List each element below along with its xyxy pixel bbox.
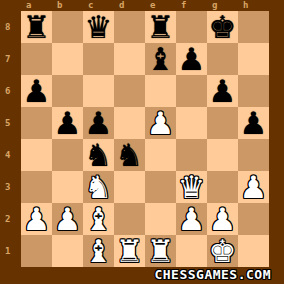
square-h2[interactable] <box>238 203 269 235</box>
square-g8[interactable]: ♚ <box>207 11 238 43</box>
piece-white-pawn: ♟ <box>209 203 237 235</box>
square-g5[interactable] <box>207 107 238 139</box>
piece-white-pawn: ♟ <box>23 203 51 235</box>
square-a1[interactable] <box>21 235 52 267</box>
square-f4[interactable] <box>176 139 207 171</box>
square-c1[interactable]: ♝ <box>83 235 114 267</box>
square-b1[interactable] <box>52 235 83 267</box>
rank-label-6: 6 <box>0 75 21 107</box>
piece-white-bishop: ♝ <box>85 203 113 235</box>
square-a8[interactable]: ♜ <box>21 11 52 43</box>
square-d3[interactable] <box>114 171 145 203</box>
piece-black-queen: ♛ <box>85 11 113 43</box>
square-e5[interactable]: ♟ <box>145 107 176 139</box>
square-e2[interactable] <box>145 203 176 235</box>
piece-black-pawn: ♟ <box>85 107 113 139</box>
square-d6[interactable] <box>114 75 145 107</box>
piece-black-pawn: ♟ <box>240 107 268 139</box>
square-h1[interactable] <box>238 235 269 267</box>
square-b2[interactable]: ♟ <box>52 203 83 235</box>
square-a3[interactable] <box>21 171 52 203</box>
square-c5[interactable]: ♟ <box>83 107 114 139</box>
square-f2[interactable]: ♟ <box>176 203 207 235</box>
square-e8[interactable]: ♜ <box>145 11 176 43</box>
rank-label-5: 5 <box>0 107 21 139</box>
piece-black-knight: ♞ <box>85 139 113 171</box>
square-f5[interactable] <box>176 107 207 139</box>
square-f3[interactable]: ♛ <box>176 171 207 203</box>
square-g7[interactable] <box>207 43 238 75</box>
rank-label-8: 8 <box>0 11 21 43</box>
piece-black-pawn: ♟ <box>209 75 237 107</box>
square-a5[interactable] <box>21 107 52 139</box>
file-label-h: h <box>238 0 269 11</box>
square-b8[interactable] <box>52 11 83 43</box>
site-credit-label: CHESSGAMES.COM <box>154 267 271 282</box>
piece-black-pawn: ♟ <box>178 43 206 75</box>
square-g3[interactable] <box>207 171 238 203</box>
square-c4[interactable]: ♞ <box>83 139 114 171</box>
file-label-b: b <box>52 0 83 11</box>
rank-label-4: 4 <box>0 139 21 171</box>
square-h5[interactable]: ♟ <box>238 107 269 139</box>
file-label-a: a <box>21 0 52 11</box>
square-d7[interactable] <box>114 43 145 75</box>
square-b7[interactable] <box>52 43 83 75</box>
square-f1[interactable] <box>176 235 207 267</box>
square-d2[interactable] <box>114 203 145 235</box>
piece-black-king: ♚ <box>209 11 237 43</box>
file-label-d: d <box>114 0 145 11</box>
square-h8[interactable] <box>238 11 269 43</box>
rank-label-2: 2 <box>0 203 21 235</box>
square-c7[interactable] <box>83 43 114 75</box>
square-f6[interactable] <box>176 75 207 107</box>
square-b3[interactable] <box>52 171 83 203</box>
square-c2[interactable]: ♝ <box>83 203 114 235</box>
square-a6[interactable]: ♟ <box>21 75 52 107</box>
square-h4[interactable] <box>238 139 269 171</box>
piece-white-rook: ♜ <box>147 235 175 267</box>
rank-label-7: 7 <box>0 43 21 75</box>
square-f7[interactable]: ♟ <box>176 43 207 75</box>
piece-black-pawn: ♟ <box>23 75 51 107</box>
square-c3[interactable]: ♞ <box>83 171 114 203</box>
piece-white-pawn: ♟ <box>147 107 175 139</box>
piece-black-rook: ♜ <box>23 11 51 43</box>
square-h7[interactable] <box>238 43 269 75</box>
file-label-e: e <box>145 0 176 11</box>
piece-black-bishop: ♝ <box>147 43 175 75</box>
piece-white-pawn: ♟ <box>54 203 82 235</box>
square-g4[interactable] <box>207 139 238 171</box>
piece-black-pawn: ♟ <box>54 107 82 139</box>
square-g6[interactable]: ♟ <box>207 75 238 107</box>
piece-white-queen: ♛ <box>178 171 206 203</box>
square-c6[interactable] <box>83 75 114 107</box>
square-b5[interactable]: ♟ <box>52 107 83 139</box>
rank-label-3: 3 <box>0 171 21 203</box>
square-h3[interactable]: ♟ <box>238 171 269 203</box>
square-e7[interactable]: ♝ <box>145 43 176 75</box>
piece-white-bishop: ♝ <box>85 235 113 267</box>
square-d5[interactable] <box>114 107 145 139</box>
piece-white-king: ♚ <box>209 235 237 267</box>
square-a2[interactable]: ♟ <box>21 203 52 235</box>
chess-board: ♜♛♜♚♝♟♟♟♟♟♟♟♞♞♞♛♟♟♟♝♟♟♝♜♜♚ <box>21 11 269 267</box>
file-label-c: c <box>83 0 114 11</box>
square-d8[interactable] <box>114 11 145 43</box>
square-b4[interactable] <box>52 139 83 171</box>
square-f8[interactable] <box>176 11 207 43</box>
piece-white-pawn: ♟ <box>178 203 206 235</box>
rank-label-1: 1 <box>0 235 21 267</box>
piece-white-knight: ♞ <box>85 171 113 203</box>
square-e4[interactable] <box>145 139 176 171</box>
piece-black-knight: ♞ <box>116 139 144 171</box>
square-a4[interactable] <box>21 139 52 171</box>
square-e3[interactable] <box>145 171 176 203</box>
piece-white-rook: ♜ <box>116 235 144 267</box>
square-d4[interactable]: ♞ <box>114 139 145 171</box>
file-label-g: g <box>207 0 238 11</box>
square-a7[interactable] <box>21 43 52 75</box>
square-b6[interactable] <box>52 75 83 107</box>
square-e6[interactable] <box>145 75 176 107</box>
square-c8[interactable]: ♛ <box>83 11 114 43</box>
piece-white-pawn: ♟ <box>240 171 268 203</box>
file-label-f: f <box>176 0 207 11</box>
square-d1[interactable]: ♜ <box>114 235 145 267</box>
chess-diagram: abcdefgh 87654321 ♜♛♜♚♝♟♟♟♟♟♟♟♞♞♞♛♟♟♟♝♟♟… <box>0 0 284 284</box>
square-g1[interactable]: ♚ <box>207 235 238 267</box>
square-e1[interactable]: ♜ <box>145 235 176 267</box>
piece-black-rook: ♜ <box>147 11 175 43</box>
file-labels: abcdefgh <box>21 0 269 11</box>
square-h6[interactable] <box>238 75 269 107</box>
square-g2[interactable]: ♟ <box>207 203 238 235</box>
rank-labels: 87654321 <box>0 11 21 267</box>
